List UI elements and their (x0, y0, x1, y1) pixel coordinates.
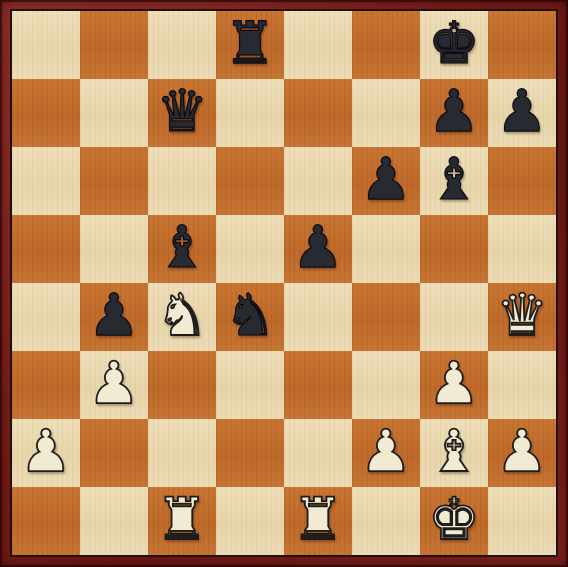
square-c1[interactable]: ♜ (148, 487, 216, 555)
square-e8[interactable] (284, 11, 352, 79)
square-h6[interactable] (488, 147, 556, 215)
square-b5[interactable] (80, 215, 148, 283)
square-g2[interactable]: ♝ (420, 419, 488, 487)
square-d8[interactable]: ♜ (216, 11, 284, 79)
board: ♜♚♛♟♟♟♝♝♟♟♞♞♛♟♟♟♟♝♟♜♜♚ (10, 9, 558, 557)
piece-black-pawn-e5[interactable]: ♟ (292, 218, 344, 276)
square-c7[interactable]: ♛ (148, 79, 216, 147)
square-b2[interactable] (80, 419, 148, 487)
square-d6[interactable] (216, 147, 284, 215)
square-f2[interactable]: ♟ (352, 419, 420, 487)
square-d5[interactable] (216, 215, 284, 283)
square-a5[interactable] (12, 215, 80, 283)
square-c8[interactable] (148, 11, 216, 79)
square-e5[interactable]: ♟ (284, 215, 352, 283)
square-f6[interactable]: ♟ (352, 147, 420, 215)
square-f4[interactable] (352, 283, 420, 351)
piece-black-pawn-h7[interactable]: ♟ (496, 82, 548, 140)
square-h4[interactable]: ♛ (488, 283, 556, 351)
square-d4[interactable]: ♞ (216, 283, 284, 351)
square-c6[interactable] (148, 147, 216, 215)
square-c4[interactable]: ♞ (148, 283, 216, 351)
piece-white-pawn-f2[interactable]: ♟ (360, 422, 412, 480)
piece-white-knight-c4[interactable]: ♞ (156, 286, 208, 344)
piece-black-bishop-g6[interactable]: ♝ (428, 150, 480, 208)
square-e3[interactable] (284, 351, 352, 419)
square-g7[interactable]: ♟ (420, 79, 488, 147)
piece-white-pawn-b3[interactable]: ♟ (88, 354, 140, 412)
square-b7[interactable] (80, 79, 148, 147)
piece-black-king-g8[interactable]: ♚ (428, 14, 480, 72)
square-e6[interactable] (284, 147, 352, 215)
square-b1[interactable] (80, 487, 148, 555)
square-f7[interactable] (352, 79, 420, 147)
square-h5[interactable] (488, 215, 556, 283)
piece-white-king-g1[interactable]: ♚ (428, 490, 480, 548)
square-f3[interactable] (352, 351, 420, 419)
square-c3[interactable] (148, 351, 216, 419)
square-b4[interactable]: ♟ (80, 283, 148, 351)
square-h7[interactable]: ♟ (488, 79, 556, 147)
square-f5[interactable] (352, 215, 420, 283)
square-a8[interactable] (12, 11, 80, 79)
square-a7[interactable] (12, 79, 80, 147)
piece-white-rook-e1[interactable]: ♜ (292, 490, 344, 548)
board-frame: ♜♚♛♟♟♟♝♝♟♟♞♞♛♟♟♟♟♝♟♜♜♚ (0, 0, 568, 567)
square-e1[interactable]: ♜ (284, 487, 352, 555)
square-d1[interactable] (216, 487, 284, 555)
square-b3[interactable]: ♟ (80, 351, 148, 419)
piece-black-bishop-c5[interactable]: ♝ (156, 218, 208, 276)
piece-black-queen-c7[interactable]: ♛ (156, 82, 208, 140)
square-b8[interactable] (80, 11, 148, 79)
square-b6[interactable] (80, 147, 148, 215)
piece-white-pawn-a2[interactable]: ♟ (20, 422, 72, 480)
square-f8[interactable] (352, 11, 420, 79)
piece-white-bishop-g2[interactable]: ♝ (428, 422, 480, 480)
piece-black-pawn-b4[interactable]: ♟ (88, 286, 140, 344)
square-e2[interactable] (284, 419, 352, 487)
square-c2[interactable] (148, 419, 216, 487)
square-e7[interactable] (284, 79, 352, 147)
square-d2[interactable] (216, 419, 284, 487)
square-h8[interactable] (488, 11, 556, 79)
square-a6[interactable] (12, 147, 80, 215)
square-h2[interactable]: ♟ (488, 419, 556, 487)
piece-black-knight-d4[interactable]: ♞ (224, 286, 276, 344)
piece-black-rook-d8[interactable]: ♜ (224, 14, 276, 72)
square-d7[interactable] (216, 79, 284, 147)
square-g8[interactable]: ♚ (420, 11, 488, 79)
square-g6[interactable]: ♝ (420, 147, 488, 215)
piece-white-queen-h4[interactable]: ♛ (496, 286, 548, 344)
piece-white-pawn-h2[interactable]: ♟ (496, 422, 548, 480)
square-h1[interactable] (488, 487, 556, 555)
piece-black-pawn-f6[interactable]: ♟ (360, 150, 412, 208)
square-a2[interactable]: ♟ (12, 419, 80, 487)
square-g5[interactable] (420, 215, 488, 283)
square-a3[interactable] (12, 351, 80, 419)
square-h3[interactable] (488, 351, 556, 419)
square-f1[interactable] (352, 487, 420, 555)
square-a4[interactable] (12, 283, 80, 351)
square-d3[interactable] (216, 351, 284, 419)
piece-white-pawn-g3[interactable]: ♟ (428, 354, 480, 412)
square-g3[interactable]: ♟ (420, 351, 488, 419)
square-c5[interactable]: ♝ (148, 215, 216, 283)
piece-black-pawn-g7[interactable]: ♟ (428, 82, 480, 140)
square-g4[interactable] (420, 283, 488, 351)
square-e4[interactable] (284, 283, 352, 351)
piece-white-rook-c1[interactable]: ♜ (156, 490, 208, 548)
square-a1[interactable] (12, 487, 80, 555)
square-g1[interactable]: ♚ (420, 487, 488, 555)
